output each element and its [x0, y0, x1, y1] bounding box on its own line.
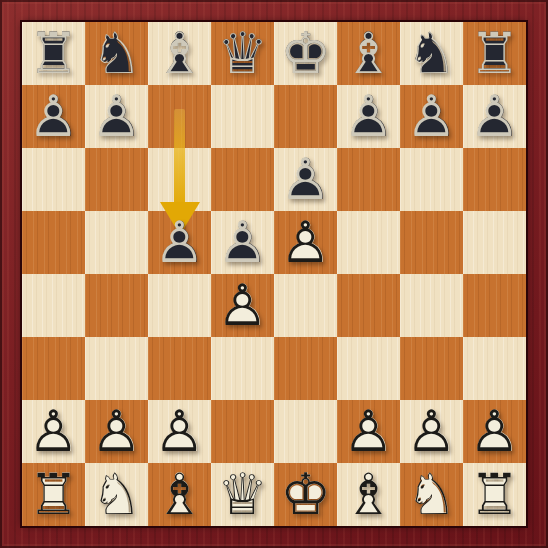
square-f6[interactable]	[337, 148, 400, 211]
square-c2[interactable]: ♟♙	[148, 400, 211, 463]
square-d8[interactable]: ♛♕	[211, 22, 274, 85]
piece-outline-layer: ♙	[337, 400, 400, 463]
square-h3[interactable]	[463, 337, 526, 400]
black-bishop-icon[interactable]: ♝♗	[148, 22, 211, 85]
white-queen-icon[interactable]: ♛♕	[211, 463, 274, 526]
square-d7[interactable]	[211, 85, 274, 148]
square-g6[interactable]	[400, 148, 463, 211]
square-c4[interactable]	[148, 274, 211, 337]
piece-outline-layer: ♘	[400, 22, 463, 85]
piece-outline-layer: ♕	[211, 22, 274, 85]
piece-outline-layer: ♘	[85, 463, 148, 526]
piece-outline-layer: ♙	[463, 85, 526, 148]
piece-outline-layer: ♙	[463, 400, 526, 463]
piece-outline-layer: ♖	[463, 463, 526, 526]
square-b7[interactable]: ♟♙	[85, 85, 148, 148]
white-knight-icon[interactable]: ♞♘	[400, 463, 463, 526]
piece-outline-layer: ♘	[400, 463, 463, 526]
square-h6[interactable]	[463, 148, 526, 211]
square-e8[interactable]: ♚♔	[274, 22, 337, 85]
square-a7[interactable]: ♟♙	[22, 85, 85, 148]
white-pawn-icon[interactable]: ♟♙	[400, 400, 463, 463]
white-king-icon[interactable]: ♚♔	[274, 463, 337, 526]
square-d6[interactable]	[211, 148, 274, 211]
last-move-arrow-shaft	[174, 109, 185, 203]
square-a8[interactable]: ♜♖	[22, 22, 85, 85]
square-h1[interactable]: ♜♖	[463, 463, 526, 526]
square-a3[interactable]	[22, 337, 85, 400]
square-d2[interactable]	[211, 400, 274, 463]
black-rook-icon[interactable]: ♜♖	[463, 22, 526, 85]
black-pawn-icon[interactable]: ♟♙	[148, 211, 211, 274]
piece-outline-layer: ♙	[85, 400, 148, 463]
piece-outline-layer: ♙	[22, 400, 85, 463]
square-f7[interactable]: ♟♙	[337, 85, 400, 148]
piece-outline-layer: ♘	[85, 22, 148, 85]
square-e5[interactable]: ♟♙	[274, 211, 337, 274]
square-b1[interactable]: ♞♘	[85, 463, 148, 526]
piece-outline-layer: ♙	[85, 85, 148, 148]
square-a4[interactable]	[22, 274, 85, 337]
square-h7[interactable]: ♟♙	[463, 85, 526, 148]
square-d5[interactable]: ♟♙	[211, 211, 274, 274]
square-g5[interactable]	[400, 211, 463, 274]
square-f5[interactable]	[337, 211, 400, 274]
square-a1[interactable]: ♜♖	[22, 463, 85, 526]
piece-outline-layer: ♙	[211, 211, 274, 274]
white-pawn-icon[interactable]: ♟♙	[463, 400, 526, 463]
white-bishop-icon[interactable]: ♝♗	[148, 463, 211, 526]
square-g4[interactable]	[400, 274, 463, 337]
square-a2[interactable]: ♟♙	[22, 400, 85, 463]
piece-outline-layer: ♙	[211, 274, 274, 337]
square-b4[interactable]	[85, 274, 148, 337]
square-d1[interactable]: ♛♕	[211, 463, 274, 526]
square-e1[interactable]: ♚♔	[274, 463, 337, 526]
square-b8[interactable]: ♞♘	[85, 22, 148, 85]
black-bishop-icon[interactable]: ♝♗	[337, 22, 400, 85]
square-a6[interactable]	[22, 148, 85, 211]
white-rook-icon[interactable]: ♜♖	[463, 463, 526, 526]
black-pawn-icon[interactable]: ♟♙	[85, 85, 148, 148]
square-b3[interactable]	[85, 337, 148, 400]
white-pawn-icon[interactable]: ♟♙	[148, 400, 211, 463]
square-h5[interactable]	[463, 211, 526, 274]
square-f3[interactable]	[337, 337, 400, 400]
square-h2[interactable]: ♟♙	[463, 400, 526, 463]
square-f1[interactable]: ♝♗	[337, 463, 400, 526]
black-pawn-icon[interactable]: ♟♙	[22, 85, 85, 148]
square-c5[interactable]: ♟♙	[148, 211, 211, 274]
square-g2[interactable]: ♟♙	[400, 400, 463, 463]
black-knight-icon[interactable]: ♞♘	[85, 22, 148, 85]
piece-outline-layer: ♙	[148, 400, 211, 463]
black-pawn-icon[interactable]: ♟♙	[211, 211, 274, 274]
piece-outline-layer: ♙	[274, 211, 337, 274]
piece-outline-layer: ♖	[463, 22, 526, 85]
square-g3[interactable]	[400, 337, 463, 400]
black-queen-icon[interactable]: ♛♕	[211, 22, 274, 85]
piece-outline-layer: ♕	[211, 463, 274, 526]
square-e3[interactable]	[274, 337, 337, 400]
white-pawn-icon[interactable]: ♟♙	[274, 211, 337, 274]
black-pawn-icon[interactable]: ♟♙	[463, 85, 526, 148]
white-bishop-icon[interactable]: ♝♗	[337, 463, 400, 526]
piece-outline-layer: ♙	[400, 400, 463, 463]
piece-outline-layer: ♗	[337, 22, 400, 85]
square-f8[interactable]: ♝♗	[337, 22, 400, 85]
square-a5[interactable]	[22, 211, 85, 274]
white-rook-icon[interactable]: ♜♖	[22, 463, 85, 526]
square-g8[interactable]: ♞♘	[400, 22, 463, 85]
piece-outline-layer: ♙	[400, 85, 463, 148]
square-b2[interactable]: ♟♙	[85, 400, 148, 463]
piece-outline-layer: ♗	[148, 22, 211, 85]
square-e7[interactable]	[274, 85, 337, 148]
square-c8[interactable]: ♝♗	[148, 22, 211, 85]
piece-outline-layer: ♙	[337, 85, 400, 148]
black-pawn-icon[interactable]: ♟♙	[274, 148, 337, 211]
piece-outline-layer: ♙	[274, 148, 337, 211]
piece-outline-layer: ♗	[337, 463, 400, 526]
square-e6[interactable]: ♟♙	[274, 148, 337, 211]
board-frame: ♜♖♞♘♝♗♛♕♚♔♝♗♞♘♜♖♟♙♟♙♟♙♟♙♟♙♟♙♟♙♟♙♟♙♟♙♟♙♟♙…	[0, 0, 548, 548]
black-knight-icon[interactable]: ♞♘	[400, 22, 463, 85]
square-h8[interactable]: ♜♖	[463, 22, 526, 85]
black-pawn-icon[interactable]: ♟♙	[400, 85, 463, 148]
square-c3[interactable]	[148, 337, 211, 400]
black-pawn-icon[interactable]: ♟♙	[337, 85, 400, 148]
square-c1[interactable]: ♝♗	[148, 463, 211, 526]
square-g1[interactable]: ♞♘	[400, 463, 463, 526]
square-d4[interactable]: ♟♙	[211, 274, 274, 337]
chess-board: ♜♖♞♘♝♗♛♕♚♔♝♗♞♘♜♖♟♙♟♙♟♙♟♙♟♙♟♙♟♙♟♙♟♙♟♙♟♙♟♙…	[22, 22, 526, 526]
piece-outline-layer: ♖	[22, 463, 85, 526]
white-knight-icon[interactable]: ♞♘	[85, 463, 148, 526]
white-pawn-icon[interactable]: ♟♙	[211, 274, 274, 337]
black-rook-icon[interactable]: ♜♖	[22, 22, 85, 85]
white-pawn-icon[interactable]: ♟♙	[22, 400, 85, 463]
square-b6[interactable]	[85, 148, 148, 211]
piece-outline-layer: ♗	[148, 463, 211, 526]
white-pawn-icon[interactable]: ♟♙	[337, 400, 400, 463]
piece-outline-layer: ♙	[148, 211, 211, 274]
square-g7[interactable]: ♟♙	[400, 85, 463, 148]
piece-outline-layer: ♔	[274, 463, 337, 526]
square-f4[interactable]	[337, 274, 400, 337]
white-pawn-icon[interactable]: ♟♙	[85, 400, 148, 463]
square-f2[interactable]: ♟♙	[337, 400, 400, 463]
square-d3[interactable]	[211, 337, 274, 400]
square-h4[interactable]	[463, 274, 526, 337]
square-e4[interactable]	[274, 274, 337, 337]
square-e2[interactable]	[274, 400, 337, 463]
black-king-icon[interactable]: ♚♔	[274, 22, 337, 85]
piece-outline-layer: ♖	[22, 22, 85, 85]
piece-outline-layer: ♙	[22, 85, 85, 148]
piece-outline-layer: ♔	[274, 22, 337, 85]
square-b5[interactable]	[85, 211, 148, 274]
